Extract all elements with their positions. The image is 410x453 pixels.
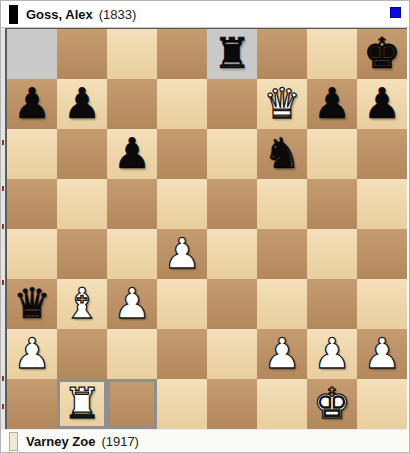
square-c5[interactable] xyxy=(107,179,157,229)
white-pawn: ♟ xyxy=(7,329,57,379)
square-f7[interactable]: ♛ xyxy=(257,79,307,129)
top-player-rating: (1833) xyxy=(99,7,137,22)
square-b2[interactable] xyxy=(57,329,107,379)
square-f6[interactable]: ♞ xyxy=(257,129,307,179)
square-d4[interactable]: ♟ xyxy=(157,229,207,279)
square-a5[interactable] xyxy=(7,179,57,229)
square-d6[interactable] xyxy=(157,129,207,179)
white-king: ♚ xyxy=(307,379,357,429)
square-h6[interactable] xyxy=(357,129,407,179)
square-h1[interactable] xyxy=(357,379,407,429)
bottom-player-name: Varney Zoe xyxy=(26,434,95,449)
black-pawn: ♟ xyxy=(357,79,407,129)
black-pawn: ♟ xyxy=(57,79,107,129)
square-f1[interactable] xyxy=(257,379,307,429)
square-a6[interactable] xyxy=(7,129,57,179)
square-f5[interactable] xyxy=(257,179,307,229)
square-b6[interactable] xyxy=(57,129,107,179)
square-g8[interactable] xyxy=(307,29,357,79)
square-g7[interactable]: ♟ xyxy=(307,79,357,129)
square-f8[interactable] xyxy=(257,29,307,79)
square-h4[interactable] xyxy=(357,229,407,279)
square-e5[interactable] xyxy=(207,179,257,229)
square-c8[interactable] xyxy=(107,29,157,79)
black-pawn: ♟ xyxy=(7,79,57,129)
black-queen: ♛ xyxy=(7,279,57,329)
white-pawn: ♟ xyxy=(357,329,407,379)
white-pawn: ♟ xyxy=(307,329,357,379)
bottom-player-rating: (1917) xyxy=(101,434,139,449)
square-c1[interactable] xyxy=(107,379,157,429)
top-player-bar: Goss, Alex (1833) xyxy=(1,1,409,28)
black-pawn: ♟ xyxy=(307,79,357,129)
chess-app-window: Goss, Alex (1833) ♜♚♟♟♛♟♟♟♞♟♛♝♟♟♟♟♟♜♚ Va… xyxy=(0,0,410,453)
square-e1[interactable] xyxy=(207,379,257,429)
square-a8[interactable] xyxy=(7,29,57,79)
square-g1[interactable]: ♚ xyxy=(307,379,357,429)
chess-board: ♜♚♟♟♛♟♟♟♞♟♛♝♟♟♟♟♟♜♚ xyxy=(7,28,407,429)
square-h8[interactable]: ♚ xyxy=(357,29,407,79)
black-rook: ♜ xyxy=(207,29,257,79)
square-a4[interactable] xyxy=(7,229,57,279)
square-g2[interactable]: ♟ xyxy=(307,329,357,379)
white-player-color-icon xyxy=(9,432,18,451)
square-g3[interactable] xyxy=(307,279,357,329)
square-c4[interactable] xyxy=(107,229,157,279)
square-d8[interactable] xyxy=(157,29,207,79)
square-e4[interactable] xyxy=(207,229,257,279)
square-g6[interactable] xyxy=(307,129,357,179)
square-b3[interactable]: ♝ xyxy=(57,279,107,329)
square-h2[interactable]: ♟ xyxy=(357,329,407,379)
top-player-name: Goss, Alex xyxy=(26,7,93,22)
square-g5[interactable] xyxy=(307,179,357,229)
square-a2[interactable]: ♟ xyxy=(7,329,57,379)
square-d1[interactable] xyxy=(157,379,207,429)
square-b1[interactable]: ♜ xyxy=(57,379,107,429)
square-a1[interactable] xyxy=(7,379,57,429)
square-e2[interactable] xyxy=(207,329,257,379)
square-c2[interactable] xyxy=(107,329,157,379)
square-f3[interactable] xyxy=(257,279,307,329)
black-knight: ♞ xyxy=(257,129,307,179)
white-pawn: ♟ xyxy=(107,279,157,329)
blue-status-square-icon xyxy=(390,7,401,18)
white-bishop: ♝ xyxy=(57,279,107,329)
white-queen: ♛ xyxy=(257,79,307,129)
square-h7[interactable]: ♟ xyxy=(357,79,407,129)
square-a7[interactable]: ♟ xyxy=(7,79,57,129)
square-d2[interactable] xyxy=(157,329,207,379)
square-e6[interactable] xyxy=(207,129,257,179)
square-h5[interactable] xyxy=(357,179,407,229)
square-e8[interactable]: ♜ xyxy=(207,29,257,79)
black-player-color-icon xyxy=(9,5,18,24)
square-c3[interactable]: ♟ xyxy=(107,279,157,329)
square-a3[interactable]: ♛ xyxy=(7,279,57,329)
white-rook: ♜ xyxy=(57,379,107,429)
square-d7[interactable] xyxy=(157,79,207,129)
square-b4[interactable] xyxy=(57,229,107,279)
square-d3[interactable] xyxy=(157,279,207,329)
square-d5[interactable] xyxy=(157,179,207,229)
black-king: ♚ xyxy=(357,29,407,79)
square-h3[interactable] xyxy=(357,279,407,329)
square-e7[interactable] xyxy=(207,79,257,129)
black-pawn: ♟ xyxy=(107,129,157,179)
white-pawn: ♟ xyxy=(157,229,207,279)
white-pawn: ♟ xyxy=(257,329,307,379)
bottom-player-bar: Varney Zoe (1917) xyxy=(1,429,409,453)
square-c6[interactable]: ♟ xyxy=(107,129,157,179)
square-g4[interactable] xyxy=(307,229,357,279)
square-f4[interactable] xyxy=(257,229,307,279)
square-b8[interactable] xyxy=(57,29,107,79)
square-b7[interactable]: ♟ xyxy=(57,79,107,129)
square-b5[interactable] xyxy=(57,179,107,229)
square-e3[interactable] xyxy=(207,279,257,329)
square-f2[interactable]: ♟ xyxy=(257,329,307,379)
square-c7[interactable] xyxy=(107,79,157,129)
